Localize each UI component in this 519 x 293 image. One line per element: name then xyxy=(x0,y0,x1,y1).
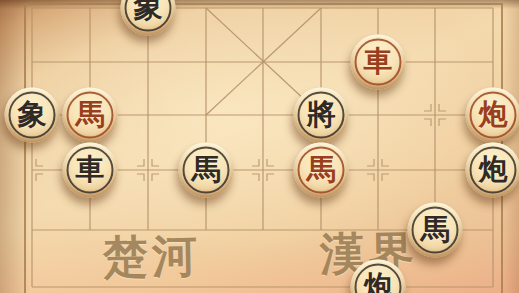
piece-red-chariot[interactable]: 車 xyxy=(351,35,406,90)
piece-red-horse[interactable]: 馬 xyxy=(63,88,118,143)
point-marker xyxy=(267,174,274,181)
piece-glyph: 象 xyxy=(18,100,47,129)
point-marker xyxy=(252,174,259,181)
piece-glyph: 炮 xyxy=(364,272,393,293)
point-marker xyxy=(152,159,159,166)
point-marker xyxy=(382,174,389,181)
point-marker xyxy=(424,104,431,111)
piece-red-horse[interactable]: 馬 xyxy=(294,143,349,198)
piece-glyph: 車 xyxy=(76,155,105,184)
point-marker xyxy=(367,159,374,166)
piece-black-cannon[interactable]: 炮 xyxy=(466,143,519,198)
piece-glyph: 象 xyxy=(134,0,163,22)
point-marker xyxy=(439,119,446,126)
piece-glyph: 炮 xyxy=(479,100,508,129)
piece-black-horse[interactable]: 馬 xyxy=(408,203,463,258)
point-marker xyxy=(439,104,446,111)
point-marker xyxy=(36,174,43,181)
piece-black-horse[interactable]: 馬 xyxy=(179,143,234,198)
piece-glyph: 馬 xyxy=(76,100,105,129)
point-marker xyxy=(36,159,43,166)
point-marker xyxy=(252,159,259,166)
point-marker xyxy=(267,159,274,166)
piece-glyph: 炮 xyxy=(479,155,508,184)
point-marker xyxy=(382,159,389,166)
piece-black-chariot[interactable]: 車 xyxy=(63,143,118,198)
piece-black-general[interactable]: 將 xyxy=(294,88,349,143)
piece-glyph: 馬 xyxy=(192,155,221,184)
point-marker xyxy=(424,119,431,126)
piece-glyph: 馬 xyxy=(307,155,336,184)
piece-glyph: 馬 xyxy=(421,215,450,244)
point-marker xyxy=(137,159,144,166)
piece-glyph: 車 xyxy=(364,47,393,76)
piece-red-cannon[interactable]: 炮 xyxy=(466,88,519,143)
point-marker xyxy=(367,174,374,181)
point-marker xyxy=(137,174,144,181)
piece-black-elephant[interactable]: 象 xyxy=(5,88,60,143)
point-marker xyxy=(152,174,159,181)
piece-glyph: 將 xyxy=(307,100,336,129)
xiangqi-board: 楚河 漢界 象車象馬將炮車馬馬炮馬炮 xyxy=(0,0,519,293)
